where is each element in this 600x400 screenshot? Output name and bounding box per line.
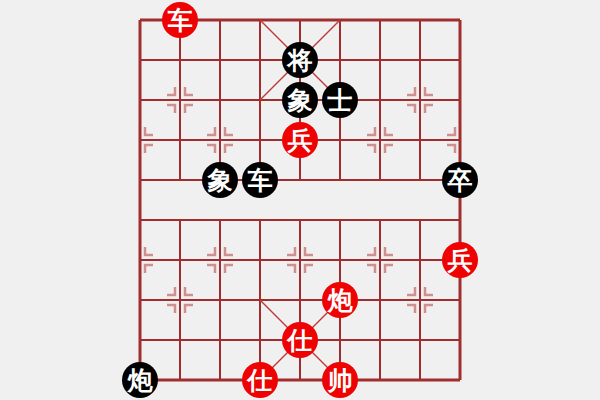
piece-black-advisor[interactable]: 士 — [322, 82, 358, 118]
piece-black-elephant[interactable]: 象 — [202, 162, 238, 198]
screen: 车将象士兵象车卒兵炮仕炮仕帅 — [0, 0, 600, 400]
piece-red-cannon[interactable]: 炮 — [322, 282, 358, 318]
piece-black-chariot[interactable]: 车 — [242, 162, 278, 198]
piece-black-general[interactable]: 将 — [282, 42, 318, 78]
piece-black-cannon[interactable]: 炮 — [122, 362, 158, 398]
piece-red-chariot[interactable]: 车 — [162, 2, 198, 38]
piece-black-elephant[interactable]: 象 — [282, 82, 318, 118]
pieces-layer: 车将象士兵象车卒兵炮仕炮仕帅 — [120, 0, 480, 400]
xiangqi-board: 车将象士兵象车卒兵炮仕炮仕帅 — [120, 0, 480, 400]
piece-red-advisor[interactable]: 仕 — [282, 322, 318, 358]
piece-red-general[interactable]: 帅 — [322, 362, 358, 398]
piece-black-soldier[interactable]: 卒 — [442, 162, 478, 198]
piece-red-soldier[interactable]: 兵 — [442, 242, 478, 278]
piece-red-advisor[interactable]: 仕 — [242, 362, 278, 398]
piece-red-soldier[interactable]: 兵 — [282, 122, 318, 158]
